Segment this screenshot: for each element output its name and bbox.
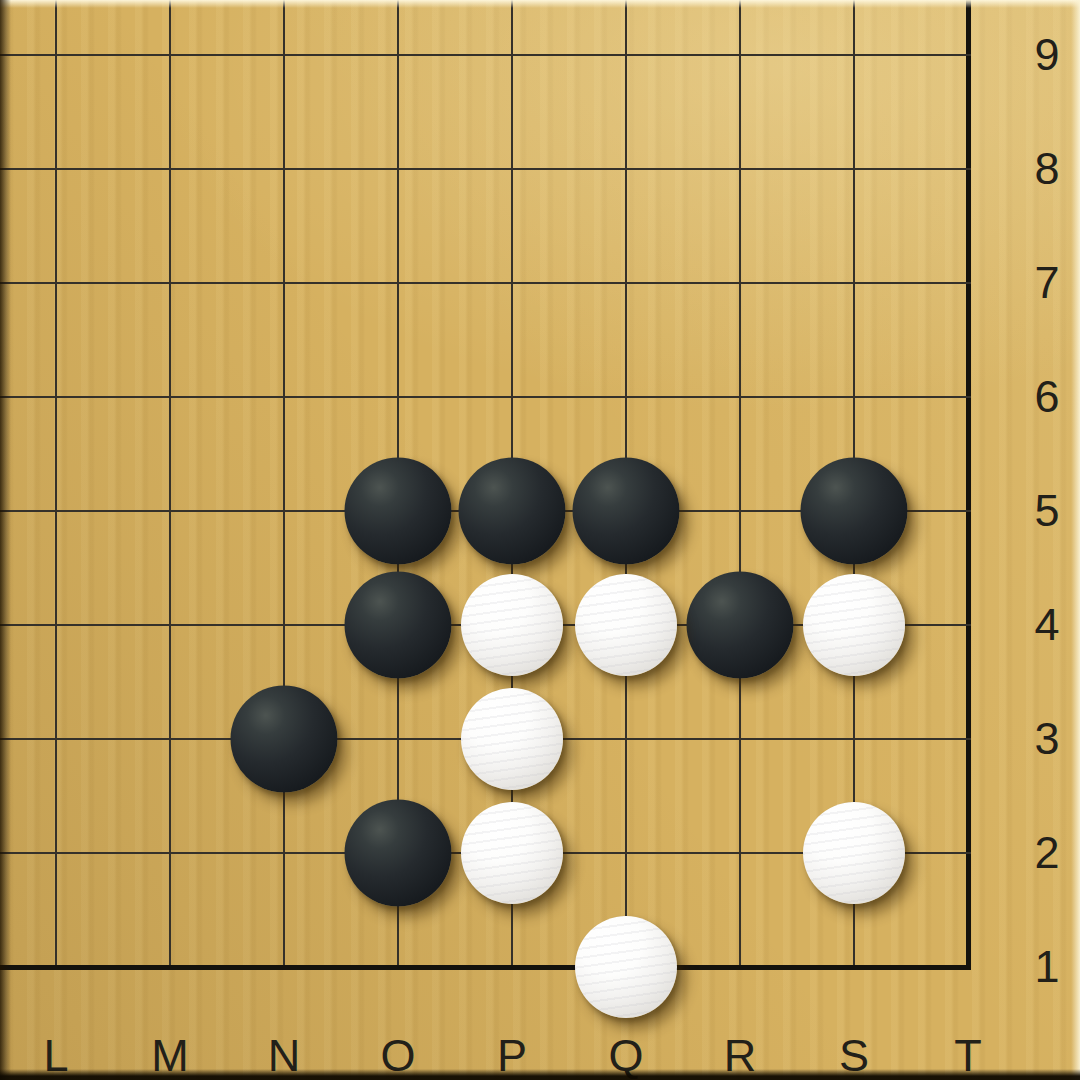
grid-line-column-L — [55, 0, 57, 970]
column-label-S: S — [839, 1030, 869, 1080]
grid-line-row-6 — [0, 396, 971, 398]
stone-white-s2 — [803, 802, 905, 904]
column-label-Q: Q — [608, 1030, 643, 1080]
row-label-8: 8 — [1034, 143, 1059, 195]
grid-line-row-8 — [0, 168, 971, 170]
stone-black-o4 — [345, 572, 452, 679]
grid-line-column-T-edge — [966, 0, 971, 970]
row-label-2: 2 — [1034, 827, 1059, 879]
stone-black-o5 — [345, 458, 452, 565]
go-board[interactable]: 987654321 LMNOPQRST — [0, 0, 1080, 1080]
grid-line-row-9 — [0, 54, 971, 56]
column-label-L: L — [43, 1030, 68, 1080]
column-label-P: P — [497, 1030, 527, 1080]
board-shadow-left — [0, 0, 11, 1080]
row-label-9: 9 — [1034, 29, 1059, 81]
stone-black-r4 — [687, 572, 794, 679]
board-bevel-top — [0, 0, 1080, 8]
row-label-4: 4 — [1034, 599, 1059, 651]
column-label-R: R — [724, 1030, 757, 1080]
stone-white-p4 — [461, 574, 563, 676]
column-label-N: N — [268, 1030, 301, 1080]
grid-line-row-7 — [0, 282, 971, 284]
stone-black-n3 — [231, 686, 338, 793]
row-label-3: 3 — [1034, 713, 1059, 765]
row-label-5: 5 — [1034, 485, 1059, 537]
column-label-O: O — [380, 1030, 415, 1080]
stone-black-s5 — [801, 458, 908, 565]
stone-white-p2 — [461, 802, 563, 904]
grid-line-row-1-edge — [0, 965, 971, 970]
stone-white-s4 — [803, 574, 905, 676]
stone-white-q4 — [575, 574, 677, 676]
grid-line-column-M — [169, 0, 171, 970]
stone-black-q5 — [573, 458, 680, 565]
grid-line-column-N — [283, 0, 285, 970]
row-label-1: 1 — [1034, 941, 1059, 993]
stone-white-q1 — [575, 916, 677, 1018]
board-bevel-right — [1071, 0, 1080, 1080]
column-label-M: M — [151, 1030, 189, 1080]
stone-black-o2 — [345, 800, 452, 907]
row-label-6: 6 — [1034, 371, 1059, 423]
grid-line-column-R — [739, 0, 741, 970]
stone-black-p5 — [459, 458, 566, 565]
row-label-7: 7 — [1034, 257, 1059, 309]
column-label-T: T — [954, 1030, 982, 1080]
stone-white-p3 — [461, 688, 563, 790]
